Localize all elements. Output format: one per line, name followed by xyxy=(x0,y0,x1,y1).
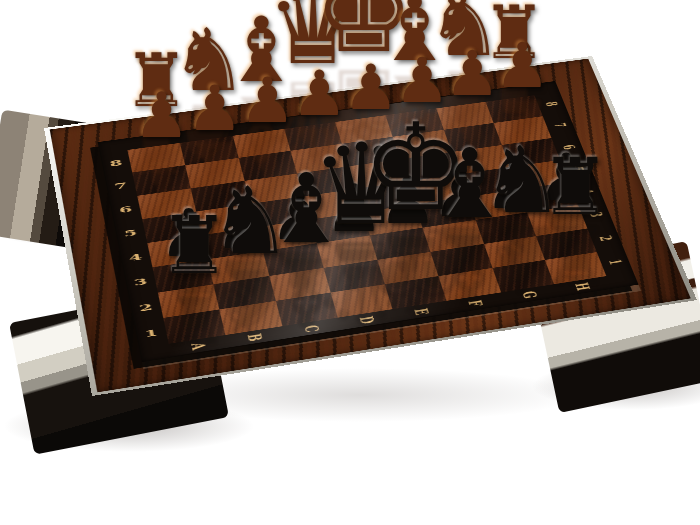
brown-pawn-a7[interactable]: ♟♟ xyxy=(134,85,190,201)
piece-reflection: ♜ xyxy=(540,215,610,293)
product-photo-stage: 87654321 87654321 ABCDEFGH ♜♜♞♞♝♝♛♛♚♚♝♝♞… xyxy=(0,0,700,525)
black-rook-h1[interactable]: ♜♜ xyxy=(540,148,610,294)
piece-reflection: ♟ xyxy=(134,139,190,202)
